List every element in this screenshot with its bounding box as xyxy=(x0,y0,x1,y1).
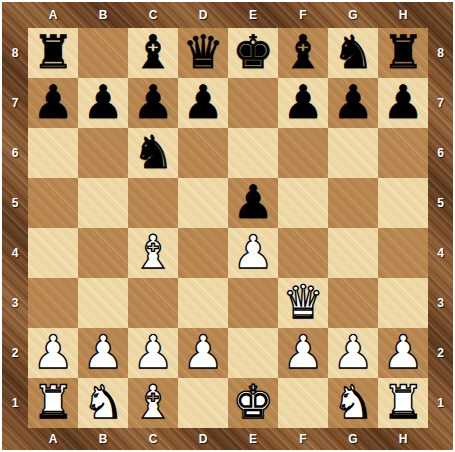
file-label: E xyxy=(228,2,278,28)
file-label: C xyxy=(128,2,178,28)
rank-label: 2 xyxy=(428,328,453,378)
square-e6[interactable] xyxy=(228,128,278,178)
rank-label: 2 xyxy=(2,328,28,378)
square-c7[interactable]: ♟ xyxy=(128,78,178,128)
square-d2[interactable]: ♟ xyxy=(178,328,228,378)
rank-label: 4 xyxy=(2,228,28,278)
square-g3[interactable] xyxy=(328,278,378,328)
piece-white-pawn[interactable]: ♟ xyxy=(282,329,323,375)
piece-white-bishop[interactable]: ♝ xyxy=(132,229,173,275)
piece-white-knight[interactable]: ♞ xyxy=(332,379,373,425)
file-label: H xyxy=(378,428,428,450)
file-labels-top: ABCDEFGH xyxy=(28,2,428,28)
square-e4[interactable]: ♟ xyxy=(228,228,278,278)
file-label: A xyxy=(28,2,78,28)
rank-label: 7 xyxy=(2,78,28,128)
piece-black-rook[interactable]: ♜ xyxy=(32,29,73,75)
square-f6[interactable] xyxy=(278,128,328,178)
square-e2[interactable] xyxy=(228,328,278,378)
square-g8[interactable]: ♞ xyxy=(328,28,378,78)
piece-white-king[interactable]: ♚ xyxy=(232,379,273,425)
square-d1[interactable] xyxy=(178,378,228,428)
square-g6[interactable] xyxy=(328,128,378,178)
square-f4[interactable] xyxy=(278,228,328,278)
square-h7[interactable]: ♟ xyxy=(378,78,428,128)
square-e7[interactable] xyxy=(228,78,278,128)
square-g2[interactable]: ♟ xyxy=(328,328,378,378)
square-f2[interactable]: ♟ xyxy=(278,328,328,378)
square-d5[interactable] xyxy=(178,178,228,228)
square-b7[interactable]: ♟ xyxy=(78,78,128,128)
square-c6[interactable]: ♞ xyxy=(128,128,178,178)
file-label: D xyxy=(178,2,228,28)
piece-black-pawn[interactable]: ♟ xyxy=(232,179,273,225)
square-a6[interactable] xyxy=(28,128,78,178)
piece-white-pawn[interactable]: ♟ xyxy=(332,329,373,375)
rank-label: 8 xyxy=(428,28,453,78)
square-a4[interactable] xyxy=(28,228,78,278)
square-c4[interactable]: ♝ xyxy=(128,228,178,278)
file-label: D xyxy=(178,428,228,450)
piece-black-knight[interactable]: ♞ xyxy=(132,129,173,175)
square-e8[interactable]: ♚ xyxy=(228,28,278,78)
piece-black-rook[interactable]: ♜ xyxy=(382,29,423,75)
piece-black-knight[interactable]: ♞ xyxy=(332,29,373,75)
square-c3[interactable] xyxy=(128,278,178,328)
piece-black-bishop[interactable]: ♝ xyxy=(282,29,323,75)
piece-black-pawn[interactable]: ♟ xyxy=(132,79,173,125)
square-g4[interactable] xyxy=(328,228,378,278)
piece-white-pawn[interactable]: ♟ xyxy=(82,329,123,375)
piece-white-pawn[interactable]: ♟ xyxy=(382,329,423,375)
rank-label: 6 xyxy=(2,128,28,178)
file-label: C xyxy=(128,428,178,450)
square-f7[interactable]: ♟ xyxy=(278,78,328,128)
piece-white-pawn[interactable]: ♟ xyxy=(232,229,273,275)
square-f8[interactable]: ♝ xyxy=(278,28,328,78)
piece-white-bishop[interactable]: ♝ xyxy=(132,379,173,425)
square-h1[interactable]: ♜ xyxy=(378,378,428,428)
rank-label: 3 xyxy=(428,278,453,328)
square-b4[interactable] xyxy=(78,228,128,278)
piece-black-pawn[interactable]: ♟ xyxy=(282,79,323,125)
piece-black-queen[interactable]: ♛ xyxy=(182,29,223,75)
piece-white-knight[interactable]: ♞ xyxy=(82,379,123,425)
square-h4[interactable] xyxy=(378,228,428,278)
square-e3[interactable] xyxy=(228,278,278,328)
square-d7[interactable]: ♟ xyxy=(178,78,228,128)
piece-black-pawn[interactable]: ♟ xyxy=(382,79,423,125)
rank-label: 1 xyxy=(428,378,453,428)
file-label: G xyxy=(328,2,378,28)
square-d3[interactable] xyxy=(178,278,228,328)
piece-black-bishop[interactable]: ♝ xyxy=(132,29,173,75)
file-label: E xyxy=(228,428,278,450)
file-label: G xyxy=(328,428,378,450)
square-b1[interactable]: ♞ xyxy=(78,378,128,428)
rank-label: 3 xyxy=(2,278,28,328)
square-b8[interactable] xyxy=(78,28,128,78)
square-h3[interactable] xyxy=(378,278,428,328)
rank-label: 5 xyxy=(428,178,453,228)
square-b3[interactable] xyxy=(78,278,128,328)
file-label: F xyxy=(278,428,328,450)
rank-label: 6 xyxy=(428,128,453,178)
file-labels-bottom: ABCDEFGH xyxy=(28,428,428,450)
square-a3[interactable] xyxy=(28,278,78,328)
piece-black-pawn[interactable]: ♟ xyxy=(32,79,73,125)
square-h2[interactable]: ♟ xyxy=(378,328,428,378)
chessboard-frame: ABCDEFGH 87654321 ♜♝♛♚♝♞♜♟♟♟♟♟♟♟♞♟♝♟♛♟♟♟… xyxy=(0,0,455,452)
square-a2[interactable]: ♟ xyxy=(28,328,78,378)
piece-white-pawn[interactable]: ♟ xyxy=(32,329,73,375)
square-h8[interactable]: ♜ xyxy=(378,28,428,78)
piece-black-pawn[interactable]: ♟ xyxy=(82,79,123,125)
rank-label: 8 xyxy=(2,28,28,78)
file-label: B xyxy=(78,428,128,450)
rank-labels-right: 87654321 xyxy=(428,28,453,428)
piece-white-queen[interactable]: ♛ xyxy=(282,279,323,325)
piece-white-rook[interactable]: ♜ xyxy=(32,379,73,425)
piece-black-king[interactable]: ♚ xyxy=(232,29,273,75)
square-b2[interactable]: ♟ xyxy=(78,328,128,378)
square-a5[interactable] xyxy=(28,178,78,228)
square-d8[interactable]: ♛ xyxy=(178,28,228,78)
square-h5[interactable] xyxy=(378,178,428,228)
square-d6[interactable] xyxy=(178,128,228,178)
square-c2[interactable]: ♟ xyxy=(128,328,178,378)
file-label: F xyxy=(278,2,328,28)
rank-labels-left: 87654321 xyxy=(2,28,28,428)
square-a7[interactable]: ♟ xyxy=(28,78,78,128)
square-f1[interactable] xyxy=(278,378,328,428)
square-f3[interactable]: ♛ xyxy=(278,278,328,328)
square-a8[interactable]: ♜ xyxy=(28,28,78,78)
piece-black-pawn[interactable]: ♟ xyxy=(182,79,223,125)
file-label: H xyxy=(378,2,428,28)
piece-black-pawn[interactable]: ♟ xyxy=(332,79,373,125)
square-g1[interactable]: ♞ xyxy=(328,378,378,428)
rank-label: 5 xyxy=(2,178,28,228)
square-c8[interactable]: ♝ xyxy=(128,28,178,78)
piece-white-pawn[interactable]: ♟ xyxy=(132,329,173,375)
square-a1[interactable]: ♜ xyxy=(28,378,78,428)
piece-white-pawn[interactable]: ♟ xyxy=(182,329,223,375)
square-f5[interactable] xyxy=(278,178,328,228)
square-b5[interactable] xyxy=(78,178,128,228)
wood-border: ABCDEFGH 87654321 ♜♝♛♚♝♞♜♟♟♟♟♟♟♟♞♟♝♟♛♟♟♟… xyxy=(2,2,453,450)
square-c5[interactable] xyxy=(128,178,178,228)
piece-white-rook[interactable]: ♜ xyxy=(382,379,423,425)
square-b6[interactable] xyxy=(78,128,128,178)
square-h6[interactable] xyxy=(378,128,428,178)
square-e5[interactable]: ♟ xyxy=(228,178,278,228)
rank-label: 1 xyxy=(2,378,28,428)
square-g5[interactable] xyxy=(328,178,378,228)
square-d4[interactable] xyxy=(178,228,228,278)
square-e1[interactable]: ♚ xyxy=(228,378,278,428)
file-label: B xyxy=(78,2,128,28)
chess-board: ♜♝♛♚♝♞♜♟♟♟♟♟♟♟♞♟♝♟♛♟♟♟♟♟♟♟♜♞♝♚♞♜ xyxy=(28,28,428,428)
rank-label: 7 xyxy=(428,78,453,128)
file-label: A xyxy=(28,428,78,450)
square-g7[interactable]: ♟ xyxy=(328,78,378,128)
rank-label: 4 xyxy=(428,228,453,278)
square-c1[interactable]: ♝ xyxy=(128,378,178,428)
